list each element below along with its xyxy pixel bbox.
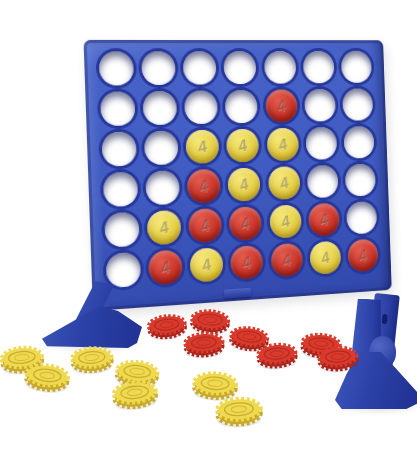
cell-r5-c7[interactable] bbox=[342, 198, 381, 238]
cell-r1-c7[interactable] bbox=[337, 48, 376, 86]
yellow-checker[interactable]: 4 bbox=[226, 129, 259, 163]
empty-slot bbox=[343, 126, 374, 159]
checker-emboss-4: 4 bbox=[264, 163, 303, 203]
empty-slot bbox=[144, 131, 179, 166]
board-grid: 444444444444444444 bbox=[94, 48, 382, 292]
red-checker[interactable]: 4 bbox=[270, 243, 302, 278]
empty-slot bbox=[346, 201, 377, 234]
red-checker[interactable]: 4 bbox=[231, 245, 264, 280]
empty-slot bbox=[141, 51, 176, 85]
board: 444444444444444444 bbox=[83, 40, 391, 311]
yellow-checker[interactable]: 4 bbox=[190, 247, 224, 282]
empty-slot bbox=[103, 172, 138, 207]
checker-emboss-4: 4 bbox=[305, 200, 343, 240]
checker-emboss-4: 4 bbox=[182, 126, 223, 167]
cell-r2-c2[interactable] bbox=[138, 88, 181, 129]
checker-emboss-4: 4 bbox=[225, 164, 265, 205]
empty-slot bbox=[102, 132, 137, 167]
cell-r2-c7[interactable] bbox=[338, 85, 377, 123]
empty-slot bbox=[183, 51, 217, 85]
empty-slot bbox=[106, 252, 141, 288]
checker-emboss-4: 4 bbox=[227, 242, 267, 283]
yellow-checker[interactable]: 4 bbox=[268, 166, 300, 200]
checker-emboss-4: 4 bbox=[306, 238, 344, 278]
red-checker[interactable]: 4 bbox=[265, 89, 297, 122]
cell-r2-c5[interactable]: 4 bbox=[261, 86, 301, 125]
cell-r5-c1[interactable] bbox=[100, 209, 144, 251]
yellow-checker[interactable]: 4 bbox=[147, 210, 182, 245]
cell-r4-c4[interactable]: 4 bbox=[224, 164, 265, 205]
cell-r1-c3[interactable] bbox=[179, 48, 221, 88]
cell-r4-c3[interactable]: 4 bbox=[183, 166, 225, 207]
yellow-loose-checker[interactable] bbox=[20, 359, 74, 398]
red-loose-checker[interactable] bbox=[180, 329, 227, 362]
checker-emboss-4: 4 bbox=[143, 207, 184, 249]
cell-r4-c6[interactable] bbox=[303, 162, 343, 202]
cell-r1-c1[interactable] bbox=[94, 48, 138, 89]
red-checker[interactable]: 4 bbox=[189, 208, 223, 243]
empty-slot bbox=[143, 91, 178, 125]
empty-slot bbox=[225, 90, 258, 124]
empty-slot bbox=[305, 127, 337, 160]
red-checker[interactable]: 4 bbox=[187, 169, 221, 204]
rail-slot bbox=[382, 314, 388, 324]
red-loose-checker[interactable] bbox=[314, 342, 362, 376]
cell-r1-c4[interactable] bbox=[220, 48, 261, 87]
cell-r5-c6[interactable]: 4 bbox=[304, 200, 343, 240]
checker-emboss-4: 4 bbox=[145, 246, 186, 288]
cell-r6-c4[interactable]: 4 bbox=[226, 242, 267, 283]
red-checker[interactable]: 4 bbox=[347, 239, 378, 273]
empty-slot bbox=[342, 88, 373, 120]
yellow-loose-checker[interactable] bbox=[108, 375, 162, 414]
cell-r6-c3[interactable]: 4 bbox=[186, 244, 228, 286]
cell-r3-c5[interactable]: 4 bbox=[262, 125, 302, 165]
yellow-checker[interactable]: 4 bbox=[186, 130, 220, 164]
red-checker[interactable]: 4 bbox=[148, 250, 183, 286]
checker-emboss-4: 4 bbox=[184, 165, 225, 206]
red-loose-checker[interactable] bbox=[253, 339, 301, 373]
cell-r5-c4[interactable]: 4 bbox=[225, 203, 266, 244]
cell-r2-c1[interactable] bbox=[96, 88, 140, 129]
cell-r4-c1[interactable] bbox=[99, 168, 143, 210]
cell-r4-c2[interactable] bbox=[141, 167, 184, 208]
empty-slot bbox=[307, 165, 339, 198]
yellow-checker[interactable]: 4 bbox=[309, 241, 341, 275]
cell-r4-c5[interactable]: 4 bbox=[264, 163, 304, 203]
empty-slot bbox=[146, 170, 181, 205]
cell-r5-c5[interactable]: 4 bbox=[265, 201, 305, 241]
cell-r2-c4[interactable] bbox=[221, 87, 262, 127]
cell-r6-c7[interactable]: 4 bbox=[344, 236, 383, 276]
cell-r6-c5[interactable]: 4 bbox=[266, 240, 306, 281]
empty-slot bbox=[99, 51, 134, 85]
checker-emboss-4: 4 bbox=[185, 205, 225, 247]
empty-slot bbox=[224, 51, 257, 84]
checker-emboss-4: 4 bbox=[263, 124, 302, 164]
empty-slot bbox=[341, 51, 372, 83]
checker-emboss-4: 4 bbox=[226, 203, 266, 244]
cell-r2-c6[interactable] bbox=[300, 86, 340, 125]
cell-r2-c3[interactable] bbox=[180, 87, 222, 127]
empty-slot bbox=[100, 91, 135, 126]
yellow-checker[interactable]: 4 bbox=[266, 128, 298, 162]
cell-r1-c5[interactable] bbox=[260, 48, 300, 87]
empty-slot bbox=[345, 164, 376, 197]
empty-slot bbox=[303, 51, 335, 83]
cell-r5-c3[interactable]: 4 bbox=[184, 205, 226, 246]
cell-r1-c6[interactable] bbox=[299, 48, 339, 86]
checker-emboss-4: 4 bbox=[266, 201, 305, 242]
cell-r4-c7[interactable] bbox=[341, 160, 380, 199]
red-checker[interactable]: 4 bbox=[308, 203, 340, 237]
cell-r6-c6[interactable]: 4 bbox=[305, 238, 344, 278]
board-frame: 444444444444444444 bbox=[83, 40, 391, 311]
cell-r3-c4[interactable]: 4 bbox=[222, 126, 263, 166]
checker-emboss-4: 4 bbox=[262, 86, 301, 126]
cell-r3-c1[interactable] bbox=[97, 128, 141, 170]
cell-r6-c2[interactable]: 4 bbox=[144, 246, 187, 288]
empty-slot bbox=[104, 212, 139, 248]
cell-r5-c2[interactable]: 4 bbox=[143, 207, 186, 249]
release-latch[interactable] bbox=[224, 288, 252, 299]
yellow-checker[interactable]: 4 bbox=[269, 204, 301, 238]
checker-emboss-4: 4 bbox=[223, 125, 263, 166]
empty-slot bbox=[304, 89, 336, 122]
yellow-loose-checker[interactable] bbox=[212, 393, 267, 431]
empty-slot bbox=[264, 51, 296, 84]
checker-emboss-4: 4 bbox=[344, 235, 381, 275]
checker-emboss-4: 4 bbox=[187, 244, 227, 286]
empty-slot bbox=[184, 90, 218, 124]
cell-r3-c3[interactable]: 4 bbox=[182, 126, 224, 167]
yellow-checker[interactable]: 4 bbox=[228, 167, 261, 201]
cell-r3-c2[interactable] bbox=[140, 127, 183, 168]
checker-emboss-4: 4 bbox=[267, 240, 306, 281]
left-foot bbox=[42, 306, 142, 348]
cell-r3-c6[interactable] bbox=[301, 124, 341, 163]
yellow-loose-checker[interactable] bbox=[67, 342, 117, 377]
connect-four-scene: 444444444444444444 bbox=[0, 0, 417, 459]
cell-r1-c2[interactable] bbox=[137, 48, 180, 88]
red-checker[interactable]: 4 bbox=[229, 206, 262, 241]
cell-r3-c7[interactable] bbox=[340, 123, 379, 162]
